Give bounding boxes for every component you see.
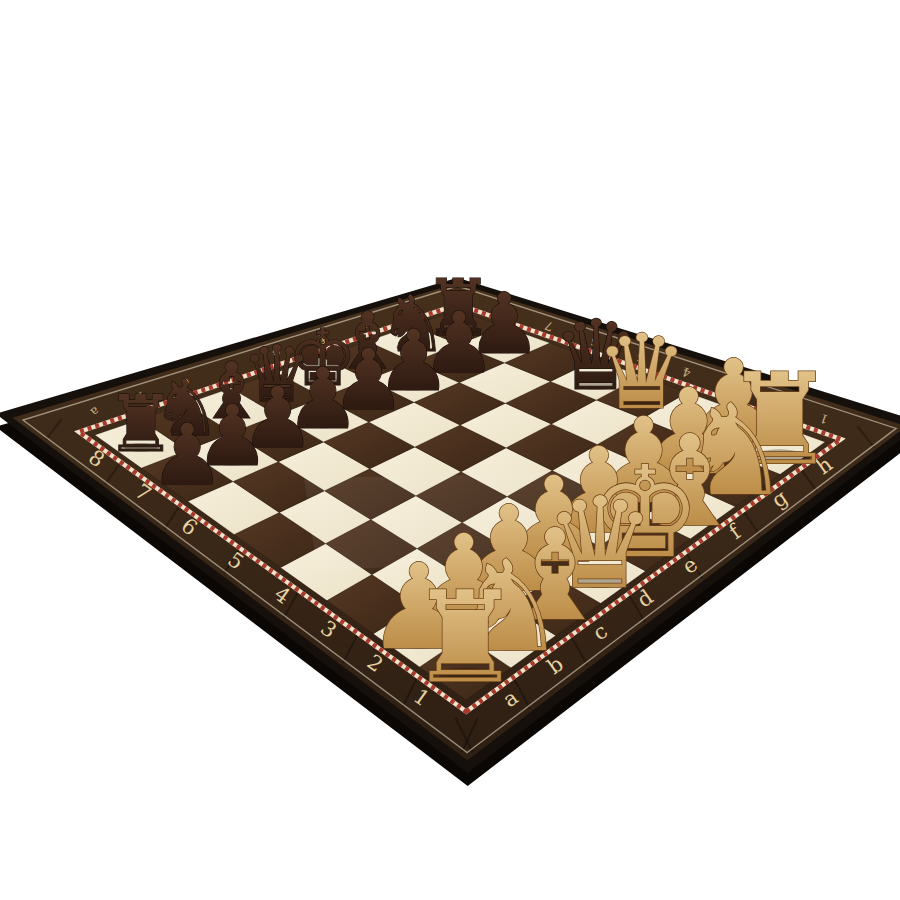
piece-dark-pawn-a7[interactable]: ♟ <box>150 406 225 504</box>
chess-product-photo: aabbccddeeffgghh1122334455667788♜♞♝♚♛♝♞♜… <box>0 0 900 900</box>
light-rook-glyph: ♜ <box>409 564 522 711</box>
dark-pawn-glyph: ♟ <box>150 406 225 504</box>
piece-light-rook-a1[interactable]: ♜ <box>409 564 522 711</box>
chess-board[interactable]: aabbccddeeffgghh1122334455667788♜♞♝♚♛♝♞♜… <box>0 0 900 900</box>
